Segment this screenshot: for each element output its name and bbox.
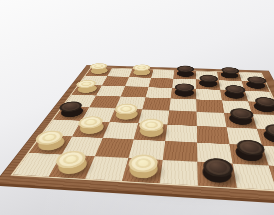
light-checker-d8[interactable]: ⛀: [127, 161, 158, 180]
square-g7[interactable]: ⛂: [229, 144, 268, 166]
light-checker-c5[interactable]: ⛀: [114, 110, 139, 122]
square-c5[interactable]: ⛀: [110, 108, 143, 123]
dark-checker-e1[interactable]: ⛂: [176, 71, 193, 78]
dark-checker-f2[interactable]: ⛂: [198, 80, 217, 88]
square-e4[interactable]: [169, 99, 196, 112]
square-g5[interactable]: ⛂: [224, 113, 257, 129]
square-d8[interactable]: ⛀: [122, 158, 163, 183]
dark-checker-g3[interactable]: ⛂: [223, 91, 245, 100]
board-grid: ⛀⛀⛂⛂⛂⛂⛀⛂⛂⛂⛂⛀⛂⛀⛀⛂⛀⛂⛀⛀⛂⛂: [13, 68, 274, 193]
dark-checker-g7[interactable]: ⛂: [234, 146, 264, 163]
light-checker-b8[interactable]: ⛀: [54, 157, 90, 176]
light-checker-a7[interactable]: ⛀: [34, 137, 68, 152]
dark-checker-h6[interactable]: ⛂: [261, 131, 274, 146]
square-a8[interactable]: [13, 153, 61, 177]
light-checker-c1[interactable]: ⛀: [132, 70, 151, 77]
playing-area: ⛀⛀⛂⛂⛂⛂⛀⛂⛂⛂⛂⛀⛂⛀⛀⛂⛀⛂⛀⛀⛂⛂: [10, 67, 274, 194]
square-c6[interactable]: [103, 122, 138, 139]
dark-checker-f8[interactable]: ⛂: [202, 165, 233, 185]
square-d6[interactable]: ⛀: [134, 123, 168, 141]
square-e7[interactable]: [163, 141, 198, 162]
dark-checker-e3[interactable]: ⛂: [174, 89, 194, 98]
dark-checker-a5[interactable]: ⛂: [58, 108, 86, 119]
square-h8[interactable]: ⛂: [269, 166, 274, 193]
dark-checker-g5[interactable]: ⛂: [228, 115, 253, 127]
square-g8[interactable]: [233, 164, 274, 190]
dark-checker-h2[interactable]: ⛂: [245, 82, 267, 90]
square-f5[interactable]: [197, 112, 227, 127]
square-e5[interactable]: [167, 111, 196, 126]
light-checker-b6[interactable]: ⛀: [77, 122, 106, 135]
light-checker-d6[interactable]: ⛀: [138, 125, 164, 139]
square-f8[interactable]: ⛂: [197, 162, 236, 188]
square-d4[interactable]: [142, 98, 171, 111]
square-f6[interactable]: [197, 126, 230, 144]
dark-checker-h4[interactable]: ⛂: [252, 103, 274, 114]
checkers-photo-scene: ⛀⛀⛂⛂⛂⛂⛀⛂⛂⛂⛂⛀⛂⛀⛀⛂⛀⛂⛀⛀⛂⛂: [0, 0, 274, 215]
checkers-board: ⛀⛀⛂⛂⛂⛂⛀⛂⛂⛂⛂⛀⛂⛀⛀⛂⛀⛂⛀⛀⛂⛂: [0, 65, 274, 207]
light-checker-a1[interactable]: ⛀: [89, 69, 109, 76]
square-c7[interactable]: [95, 138, 134, 158]
square-e6[interactable]: [165, 125, 197, 143]
light-checker-a3[interactable]: ⛀: [75, 86, 99, 95]
square-f4[interactable]: [196, 100, 224, 113]
dark-checker-g1[interactable]: ⛂: [220, 73, 239, 80]
square-e8[interactable]: [160, 160, 198, 185]
